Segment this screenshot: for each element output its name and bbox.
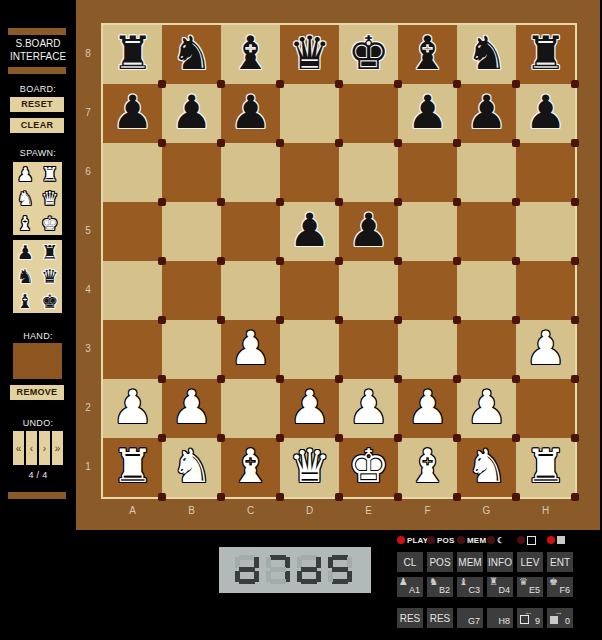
piece-black-pawn[interactable]: ♟	[103, 84, 162, 143]
square-e2[interactable]: ♟	[339, 379, 398, 438]
piece-black-pawn[interactable]: ♟	[398, 84, 457, 143]
square-c7[interactable]: ♟	[221, 84, 280, 143]
piece-black-king[interactable]: ♚	[339, 25, 398, 84]
square-c2[interactable]	[221, 379, 280, 438]
key-h8[interactable]: H8	[487, 608, 513, 628]
lcd-segment	[239, 579, 255, 584]
square-f6[interactable]	[398, 143, 457, 202]
led-mem-label: MEM	[467, 536, 486, 545]
square-a7[interactable]: ♟	[103, 84, 162, 143]
square-h4[interactable]	[516, 261, 575, 320]
hand-section-label: HAND:	[0, 331, 76, 341]
square-d8[interactable]: ♛	[280, 25, 339, 84]
sensor-dot	[394, 198, 402, 206]
sensor-dot	[158, 493, 166, 501]
square-f7[interactable]: ♟	[398, 84, 457, 143]
led-pos: POS	[427, 534, 455, 546]
key-label: INFO	[487, 552, 513, 572]
square-a2[interactable]: ♟	[103, 379, 162, 438]
key-label: F6	[559, 585, 570, 595]
sensor-dot	[453, 375, 461, 383]
sensor-dot	[158, 80, 166, 88]
knight-icon: ♞	[429, 577, 438, 587]
sensor-dot	[512, 139, 520, 147]
square-e5[interactable]: ♟	[339, 202, 398, 261]
sensor-dot	[571, 434, 579, 442]
square-b1[interactable]: ♞	[162, 438, 221, 497]
square-c3[interactable]: ♟	[221, 320, 280, 379]
square-d6[interactable]	[280, 143, 339, 202]
clear-button[interactable]: CLEAR	[10, 118, 64, 133]
piece-white-queen[interactable]: ♛	[280, 438, 339, 497]
sidebar: S.BOARD INTERFACE BOARD: RESET CLEAR SPA…	[0, 0, 76, 640]
lcd-segment	[266, 571, 271, 582]
lcd-segment	[332, 579, 348, 584]
spawn-black-knight[interactable]: ♞	[13, 264, 38, 288]
piece-black-bishop[interactable]: ♝	[398, 25, 457, 84]
sensor-dot	[276, 80, 284, 88]
sensor-dot	[158, 139, 166, 147]
hand-slot[interactable]	[13, 343, 62, 379]
square-e3[interactable]	[339, 320, 398, 379]
lcd-segment	[235, 571, 240, 582]
square-c8[interactable]: ♝	[221, 25, 280, 84]
piece-white-rook[interactable]: ♜	[103, 438, 162, 497]
square-filled-icon	[557, 536, 565, 544]
undo-forward-button[interactable]: ›	[39, 431, 50, 465]
sensor-dot	[571, 493, 579, 501]
piece-white-knight[interactable]: ♞	[457, 438, 516, 497]
piece-black-bishop[interactable]: ♝	[221, 25, 280, 84]
led-square-filled-light	[547, 536, 555, 544]
led-mem: MEM	[457, 534, 486, 546]
lcd-segment	[332, 567, 348, 572]
sensor-dot	[571, 316, 579, 324]
sensor-dot	[276, 257, 284, 265]
sensor-dot	[512, 80, 520, 88]
undo-section-label: UNDO:	[0, 418, 76, 428]
square-d7[interactable]	[280, 84, 339, 143]
piece-white-pawn[interactable]: ♟	[398, 379, 457, 438]
piece-white-pawn[interactable]: ♟	[280, 379, 339, 438]
lcd-display	[219, 547, 371, 593]
key-label: CL	[397, 552, 423, 572]
key-label: A1	[409, 585, 420, 595]
piece-black-pawn[interactable]: ♟	[280, 202, 339, 261]
sensor-dot	[453, 257, 461, 265]
rank-label-8: 8	[78, 48, 98, 60]
pawn-icon: ♟	[399, 577, 408, 587]
sensor-dot	[512, 375, 520, 383]
sensor-dot	[453, 139, 461, 147]
lcd-segment	[301, 555, 317, 560]
square-b7[interactable]: ♟	[162, 84, 221, 143]
lcd-segment	[270, 555, 286, 560]
square-a6[interactable]	[103, 143, 162, 202]
square-c5[interactable]	[221, 202, 280, 261]
key-label: ENT	[547, 552, 573, 572]
file-label-C: C	[221, 505, 280, 516]
key-label: MEM	[457, 552, 483, 572]
sensor-dot	[276, 316, 284, 324]
sensor-dot	[512, 493, 520, 501]
led-play-label: PLAY	[407, 536, 428, 545]
square-b6[interactable]	[162, 143, 221, 202]
piece-white-bishop[interactable]: ♝	[398, 438, 457, 497]
lcd-segment	[328, 571, 333, 582]
square-filled-icon	[550, 616, 558, 624]
led-square-outline-light	[517, 536, 525, 544]
piece-black-knight[interactable]: ♞	[457, 25, 516, 84]
square-e4[interactable]	[339, 261, 398, 320]
piece-white-bishop[interactable]: ♝	[221, 438, 280, 497]
square-c4[interactable]	[221, 261, 280, 320]
led-play-light	[397, 536, 405, 544]
spawn-black-king[interactable]: ♚	[38, 289, 63, 313]
sensor-dot	[394, 80, 402, 88]
square-b4[interactable]	[162, 261, 221, 320]
square-d1[interactable]: ♛	[280, 438, 339, 497]
square-h5[interactable]	[516, 202, 575, 261]
square-b8[interactable]: ♞	[162, 25, 221, 84]
square-g6[interactable]	[457, 143, 516, 202]
square-g3[interactable]	[457, 320, 516, 379]
square-c1[interactable]: ♝	[221, 438, 280, 497]
piece-black-pawn[interactable]: ♟	[339, 202, 398, 261]
spawn-white-queen[interactable]: ♛	[38, 186, 63, 210]
square-b3[interactable]	[162, 320, 221, 379]
square-g1[interactable]: ♞	[457, 438, 516, 497]
spawn-white-knight[interactable]: ♞	[13, 186, 38, 210]
key-label: B2	[439, 585, 450, 595]
square-h3[interactable]: ♟	[516, 320, 575, 379]
square-h6[interactable]	[516, 143, 575, 202]
led-square-outline	[517, 534, 536, 546]
spawn-black-rook[interactable]: ♜	[38, 240, 63, 264]
key-res-2[interactable]: RES	[427, 608, 453, 628]
rook-icon: ♜	[489, 577, 498, 587]
square-f4[interactable]	[398, 261, 457, 320]
square-f2[interactable]: ♟	[398, 379, 457, 438]
lcd-digit-1	[235, 555, 259, 584]
sensor-dot	[394, 375, 402, 383]
sensor-dot	[217, 198, 225, 206]
spawn-white-pawn[interactable]: ♟	[13, 162, 38, 186]
square-f3[interactable]	[398, 320, 457, 379]
file-label-E: E	[339, 505, 398, 516]
sensor-dot	[571, 80, 579, 88]
file-label-H: H	[516, 505, 575, 516]
rank-label-2: 2	[78, 402, 98, 414]
divider-bar	[8, 492, 66, 499]
sensor-dot	[394, 316, 402, 324]
piece-white-pawn[interactable]: ♟	[103, 379, 162, 438]
key-9[interactable]: ←9	[517, 608, 543, 628]
rank-label-1: 1	[78, 461, 98, 473]
undo-first-button[interactable]: «	[13, 431, 24, 465]
lcd-segment	[239, 567, 255, 572]
sensor-dot	[453, 80, 461, 88]
sensor-dot	[276, 493, 284, 501]
key-label: E5	[529, 585, 540, 595]
sensor-dot	[394, 434, 402, 442]
lcd-digit-2	[266, 555, 290, 584]
spawn-white-bishop[interactable]: ♝	[13, 211, 38, 235]
square-g5[interactable]	[457, 202, 516, 261]
key-label: G7	[468, 616, 480, 626]
undo-controls: «‹›»	[13, 431, 63, 465]
remove-button[interactable]: REMOVE	[10, 385, 64, 400]
key-label: 9	[535, 616, 540, 626]
piece-black-queen[interactable]: ♛	[280, 25, 339, 84]
lcd-segment	[297, 571, 302, 582]
led-pos-label: POS	[437, 536, 455, 545]
lcd-segment	[270, 579, 286, 584]
rank-label-7: 7	[78, 107, 98, 119]
spawn-white-rook[interactable]: ♜	[38, 162, 63, 186]
led-mem-light	[457, 536, 465, 544]
file-label-F: F	[398, 505, 457, 516]
square-e7[interactable]	[339, 84, 398, 143]
spawn-black-pawn[interactable]: ♟	[13, 240, 38, 264]
sensor-dot	[217, 493, 225, 501]
square-a3[interactable]	[103, 320, 162, 379]
square-d3[interactable]	[280, 320, 339, 379]
spawn-white-king[interactable]: ♚	[38, 211, 63, 235]
sensor-dot	[394, 139, 402, 147]
file-label-G: G	[457, 505, 516, 516]
sensor-dot	[512, 198, 520, 206]
key-label: C3	[468, 585, 480, 595]
sensor-dot	[512, 316, 520, 324]
square-g7[interactable]: ♟	[457, 84, 516, 143]
piece-white-pawn[interactable]: ♟	[516, 320, 575, 379]
piece-white-pawn[interactable]: ♟	[457, 379, 516, 438]
sensor-dot	[453, 316, 461, 324]
square-g2[interactable]: ♟	[457, 379, 516, 438]
spawn-section-label: SPAWN:	[0, 148, 76, 158]
sensor-dot	[217, 80, 225, 88]
square-b5[interactable]	[162, 202, 221, 261]
led-pos-light	[427, 536, 435, 544]
rank-label-5: 5	[78, 225, 98, 237]
sensor-dot	[158, 375, 166, 383]
piece-black-pawn[interactable]: ♟	[457, 84, 516, 143]
sensor-dot	[335, 198, 343, 206]
sensor-dot	[158, 198, 166, 206]
piece-black-rook[interactable]: ♜	[516, 25, 575, 84]
sensor-dot	[335, 493, 343, 501]
key-mem[interactable]: MEM	[457, 552, 483, 572]
key-cl[interactable]: CL	[397, 552, 423, 572]
key-g7[interactable]: G7	[457, 608, 483, 628]
piece-white-king[interactable]: ♚	[339, 438, 398, 497]
piece-black-pawn[interactable]: ♟	[162, 84, 221, 143]
key-label: D4	[498, 585, 510, 595]
board-section-label: BOARD:	[0, 84, 76, 94]
square-outline-icon	[527, 536, 536, 545]
square-f1[interactable]: ♝	[398, 438, 457, 497]
square-b2[interactable]: ♟	[162, 379, 221, 438]
key-label: RES	[397, 608, 423, 628]
key-info[interactable]: INFO	[487, 552, 513, 572]
piece-black-knight[interactable]: ♞	[162, 25, 221, 84]
sensor-dot	[571, 257, 579, 265]
divider-bar	[8, 67, 66, 74]
square-outline-icon	[520, 615, 529, 624]
square-g8[interactable]: ♞	[457, 25, 516, 84]
app-title-line2: INTERFACE	[0, 51, 76, 62]
sensor-dot	[335, 257, 343, 265]
sensor-dot	[453, 493, 461, 501]
key-e5[interactable]: ♛E5	[517, 577, 543, 597]
piece-black-pawn[interactable]: ♟	[221, 84, 280, 143]
square-e1[interactable]: ♚	[339, 438, 398, 497]
key-c3[interactable]: ♝C3	[457, 577, 483, 597]
square-f8[interactable]: ♝	[398, 25, 457, 84]
piece-white-rook[interactable]: ♜	[516, 438, 575, 497]
sensor-dot	[453, 434, 461, 442]
led-square-filled	[547, 534, 565, 546]
lcd-segment	[270, 567, 286, 572]
square-h1[interactable]: ♜	[516, 438, 575, 497]
lcd-segment	[301, 579, 317, 584]
file-label-D: D	[280, 505, 339, 516]
rank-label-4: 4	[78, 284, 98, 296]
square-d2[interactable]: ♟	[280, 379, 339, 438]
undo-back-button[interactable]: ‹	[26, 431, 37, 465]
square-h8[interactable]: ♜	[516, 25, 575, 84]
reset-button[interactable]: RESET	[10, 97, 64, 112]
sensor-dot	[335, 434, 343, 442]
key-label: RES	[427, 608, 453, 628]
key-a1[interactable]: ♟A1	[397, 577, 423, 597]
key-label: LEV	[517, 552, 543, 572]
square-h7[interactable]: ♟	[516, 84, 575, 143]
lcd-segment	[301, 567, 317, 572]
piece-white-pawn[interactable]: ♟	[221, 320, 280, 379]
key-f6[interactable]: ♚F6	[547, 577, 573, 597]
spawn-black-queen[interactable]: ♛	[38, 264, 63, 288]
square-a5[interactable]	[103, 202, 162, 261]
led-moon-light	[487, 536, 495, 544]
piece-white-pawn[interactable]: ♟	[162, 379, 221, 438]
key-res-1[interactable]: RES	[397, 608, 423, 628]
sensor-dot	[394, 493, 402, 501]
undo-last-button[interactable]: »	[52, 431, 63, 465]
sensor-dot	[335, 316, 343, 324]
sensor-dot	[335, 139, 343, 147]
sensor-dot	[217, 316, 225, 324]
key-d4[interactable]: ♜D4	[487, 577, 513, 597]
lcd-digit-3	[297, 555, 321, 584]
sensor-dot	[335, 80, 343, 88]
sensor-dot	[158, 434, 166, 442]
lcd-digit-4	[328, 555, 352, 584]
chess-board: ♜♞♝♛♚♝♞♜♟♟♟♟♟♟♟♟♟♟♟♟♟♟♟♟♜♞♝♛♚♝♞♜	[101, 23, 577, 499]
piece-white-knight[interactable]: ♞	[162, 438, 221, 497]
key-pos[interactable]: POS	[427, 552, 453, 572]
led-moon: ☾	[487, 534, 504, 546]
lcd-segment	[239, 555, 255, 560]
queen-icon: ♛	[519, 577, 528, 587]
square-c6[interactable]	[221, 143, 280, 202]
sensor-dot	[394, 257, 402, 265]
sensor-dot	[571, 198, 579, 206]
board-frame: 87654321 ♜♞♝♛♚♝♞♜♟♟♟♟♟♟♟♟♟♟♟♟♟♟♟♟♜♞♝♛♚♝♞…	[76, 0, 600, 530]
sensor-dot	[158, 316, 166, 324]
key-label: H8	[498, 616, 510, 626]
sensor-dot	[158, 257, 166, 265]
sensor-dot	[453, 198, 461, 206]
sensor-dot	[571, 375, 579, 383]
lcd-segment	[332, 555, 348, 560]
moon-icon: ☾	[497, 536, 504, 545]
sensor-dot	[571, 139, 579, 147]
rank-label-3: 3	[78, 343, 98, 355]
led-play: PLAY	[397, 534, 428, 546]
key-ent[interactable]: ENT	[547, 552, 573, 572]
chess-simulator-screen: S.BOARD INTERFACE BOARD: RESET CLEAR SPA…	[0, 0, 602, 640]
undo-counter: 4 / 4	[0, 470, 76, 480]
square-f5[interactable]	[398, 202, 457, 261]
key-lev[interactable]: LEV	[517, 552, 543, 572]
key-0[interactable]: →0	[547, 608, 573, 628]
square-e8[interactable]: ♚	[339, 25, 398, 84]
sensor-dot	[217, 434, 225, 442]
square-h2[interactable]	[516, 379, 575, 438]
sensor-dot	[512, 434, 520, 442]
key-label: 0	[565, 616, 570, 626]
piece-black-pawn[interactable]: ♟	[516, 84, 575, 143]
sensor-dot	[217, 139, 225, 147]
square-a4[interactable]	[103, 261, 162, 320]
spawn-white-palette: ♟♜♞♛♝♚	[13, 162, 62, 235]
divider-bar	[8, 28, 66, 35]
square-d5[interactable]: ♟	[280, 202, 339, 261]
key-b2[interactable]: ♞B2	[427, 577, 453, 597]
king-icon: ♚	[549, 577, 558, 587]
square-g4[interactable]	[457, 261, 516, 320]
bishop-icon: ♝	[459, 577, 468, 587]
square-a1[interactable]: ♜	[103, 438, 162, 497]
file-label-B: B	[162, 505, 221, 516]
sensor-dot	[276, 198, 284, 206]
rank-label-6: 6	[78, 166, 98, 178]
spawn-black-bishop[interactable]: ♝	[13, 289, 38, 313]
sensor-dot	[512, 257, 520, 265]
sensor-dot	[276, 375, 284, 383]
sensor-dot	[217, 257, 225, 265]
sensor-dot	[217, 375, 225, 383]
file-label-A: A	[103, 505, 162, 516]
square-a8[interactable]: ♜	[103, 25, 162, 84]
app-title-line1: S.BOARD	[0, 38, 76, 49]
sensor-dot	[276, 139, 284, 147]
square-e6[interactable]	[339, 143, 398, 202]
piece-black-rook[interactable]: ♜	[103, 25, 162, 84]
key-label: POS	[427, 552, 453, 572]
piece-white-pawn[interactable]: ♟	[339, 379, 398, 438]
keypad: PLAYPOSMEM☾ CLPOSMEMINFOLEVENT♟A1♞B2♝C3♜…	[390, 528, 602, 640]
spawn-black-palette: ♟♜♞♛♝♚	[13, 240, 62, 313]
sensor-dot	[335, 375, 343, 383]
sensor-dot	[276, 434, 284, 442]
square-d4[interactable]	[280, 261, 339, 320]
